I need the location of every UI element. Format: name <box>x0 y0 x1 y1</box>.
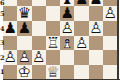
square-g1[interactable] <box>89 65 103 80</box>
board-right-border <box>117 0 119 80</box>
white-p-piece-fill: ♟ <box>103 6 117 21</box>
square-d1[interactable]: ♛♕ <box>46 65 60 80</box>
rank-label-4: 4 <box>0 25 4 32</box>
square-f3[interactable]: ♟♙ <box>74 36 88 51</box>
square-a1[interactable] <box>3 65 17 80</box>
black-piece-b5: ♛ <box>17 6 31 21</box>
square-e4[interactable]: ♟♙ <box>60 21 74 36</box>
chess-board: ♝♟♟♛♟♟♙♟♟♟♙♟♙♜♖♝♗♟♙♟♙♟♙♟♙♚♔♛♕ <box>3 0 117 80</box>
square-c3[interactable] <box>32 36 46 51</box>
white-p-piece-fill: ♟ <box>74 36 88 51</box>
white-q-piece-fill: ♛ <box>46 65 60 80</box>
rank-label-2: 2 <box>0 54 4 61</box>
square-h5[interactable]: ♟♙ <box>103 6 117 21</box>
square-h2[interactable] <box>103 50 117 65</box>
square-a4[interactable]: ♟ <box>3 21 17 36</box>
square-g3[interactable] <box>89 36 103 51</box>
square-h4[interactable] <box>103 21 117 36</box>
square-f2[interactable] <box>74 50 88 65</box>
square-d4[interactable] <box>46 21 60 36</box>
white-piece-f3: ♙ <box>74 36 88 51</box>
square-f5[interactable] <box>74 6 88 21</box>
square-d2[interactable] <box>46 50 60 65</box>
square-c5[interactable] <box>32 6 46 21</box>
square-a3[interactable] <box>3 36 17 51</box>
square-b5[interactable]: ♛ <box>17 6 31 21</box>
square-e3[interactable]: ♝♗ <box>60 36 74 51</box>
square-e2[interactable] <box>60 50 74 65</box>
white-p-piece-fill: ♟ <box>32 50 46 65</box>
square-e5[interactable]: ♟ <box>60 6 74 21</box>
black-piece-b4: ♟ <box>17 21 31 36</box>
square-g2[interactable] <box>89 50 103 65</box>
square-f4[interactable] <box>74 21 88 36</box>
rank-label-5: 5 <box>0 11 4 18</box>
square-g4[interactable]: ♟♙ <box>89 21 103 36</box>
white-p-piece-fill: ♟ <box>3 50 17 65</box>
white-p-piece-fill: ♟ <box>89 21 103 36</box>
square-c2[interactable]: ♟♙ <box>32 50 46 65</box>
white-piece-b2: ♙ <box>17 50 31 65</box>
square-e1[interactable] <box>60 65 74 80</box>
white-piece-g4: ♙ <box>89 21 103 36</box>
square-c4[interactable] <box>32 21 46 36</box>
square-f1[interactable] <box>74 65 88 80</box>
square-d3[interactable]: ♜♖ <box>46 36 60 51</box>
white-piece-e3: ♗ <box>60 36 74 51</box>
square-g5[interactable] <box>89 6 103 21</box>
square-b3[interactable] <box>17 36 31 51</box>
square-c1[interactable] <box>32 65 46 80</box>
white-k-piece-fill: ♚ <box>17 65 31 80</box>
black-piece-a4: ♟ <box>3 21 17 36</box>
white-piece-d3: ♖ <box>46 36 60 51</box>
white-piece-a2: ♙ <box>3 50 17 65</box>
white-piece-d1: ♕ <box>46 65 60 80</box>
white-piece-e4: ♙ <box>60 21 74 36</box>
white-b-piece-fill: ♝ <box>60 36 74 51</box>
white-r-piece-fill: ♜ <box>46 36 60 51</box>
white-piece-c2: ♙ <box>32 50 46 65</box>
square-b1[interactable]: ♚♔ <box>17 65 31 80</box>
square-a2[interactable]: ♟♙ <box>3 50 17 65</box>
white-piece-h5: ♙ <box>103 6 117 21</box>
square-a5[interactable] <box>3 6 17 21</box>
rank-label-6: 6 <box>0 0 4 6</box>
square-h1[interactable] <box>103 65 117 80</box>
rank-label-1: 1 <box>0 69 4 76</box>
square-b2[interactable]: ♟♙ <box>17 50 31 65</box>
chess-diagram: ♝♟♟♛♟♟♙♟♟♟♙♟♙♜♖♝♗♟♙♟♙♟♙♟♙♚♔♛♕ 654321 <box>0 0 120 80</box>
white-piece-b1: ♔ <box>17 65 31 80</box>
square-h3[interactable] <box>103 36 117 51</box>
white-p-piece-fill: ♟ <box>60 21 74 36</box>
black-piece-e5: ♟ <box>60 6 74 21</box>
square-b4[interactable]: ♟ <box>17 21 31 36</box>
square-d5[interactable] <box>46 6 60 21</box>
white-p-piece-fill: ♟ <box>17 50 31 65</box>
board-bottom-border <box>3 79 120 80</box>
rank-label-3: 3 <box>0 40 4 47</box>
